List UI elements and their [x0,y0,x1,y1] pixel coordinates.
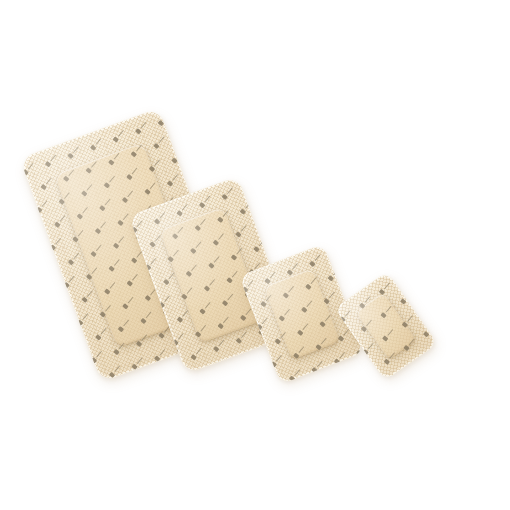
logo-icon [63,176,69,182]
logo-icon [402,322,408,328]
brand-print-mark [380,304,393,318]
logo-icon [64,282,70,288]
logo-icon [231,254,237,260]
brand-print-mark [77,206,90,220]
logo-text [226,187,233,195]
logo-text [213,256,220,264]
logo-text [131,167,138,175]
logo-text [135,144,142,152]
brand-print-mark [190,240,203,254]
brand-print-mark [135,121,148,135]
logo-text [136,357,143,365]
brand-print-mark [236,330,249,344]
logo-text [113,153,120,161]
logo-text [154,159,161,167]
logo-text [77,123,84,131]
logo-text [403,272,410,277]
brand-print-mark [209,361,222,374]
logo-text [181,128,188,136]
brand-print-mark [122,189,135,203]
logo-text [388,352,395,360]
logo-text [23,185,30,193]
logo-icon [356,350,362,356]
logo-icon [122,303,128,309]
brand-print-mark [260,293,273,307]
logo-text [240,225,247,233]
brand-print-mark [258,216,271,230]
brand-print-mark [90,137,103,151]
brand-print-mark [204,278,217,292]
logo-text [91,267,98,275]
logo-icon [364,373,370,379]
brand-print-mark [199,301,212,315]
logo-text [222,316,229,324]
logo-text [429,348,436,356]
logo-text [77,230,84,238]
brand-print-mark [319,313,332,327]
brand-print-mark [100,304,113,318]
logo-icon [113,137,119,143]
brand-print-mark [109,364,122,378]
logo-icon [240,315,246,321]
logo-icon [176,135,182,141]
brand-print-mark [421,300,434,314]
logo-text [245,308,252,316]
logo-text [287,286,294,294]
logo-icon [59,199,65,205]
logo-text [172,174,179,182]
logo-icon [73,343,79,349]
logo-text [173,356,180,364]
brand-print-mark [20,184,31,198]
logo-icon [108,159,114,165]
brand-print-mark [86,372,99,382]
brand-print-mark [117,212,130,226]
logo-icon [275,338,281,344]
logo-icon [269,255,275,261]
logo-icon [361,326,367,332]
logo-text [54,238,61,246]
brand-print-mark [72,229,85,243]
logo-icon [358,280,364,286]
brand-print-mark [195,217,208,231]
brand-print-mark [149,158,162,172]
brand-print-mark [63,168,76,182]
brand-print-mark [240,307,253,321]
brand-print-mark [403,337,416,351]
logo-text [283,309,290,317]
logo-icon [131,151,137,157]
logo-text [122,319,129,327]
logo-text [108,176,115,184]
logo-text [100,221,107,229]
logo-text [154,235,161,243]
logo-icon [240,209,246,215]
logo-icon [36,207,42,213]
brand-print-mark [203,176,216,185]
logo-text [316,360,323,368]
logo-icon [95,228,101,234]
brand-print-mark [149,234,162,248]
product-photo [0,0,510,510]
brand-print-mark [86,266,99,280]
brand-print-mark [27,139,40,153]
brand-print-mark [268,247,281,261]
logo-text [136,220,143,228]
logo-text [114,365,121,373]
logo-text [64,298,71,306]
logo-text [362,273,369,281]
brand-print-mark [40,176,53,190]
logo-icon [131,258,137,264]
logo-text [231,271,238,279]
logo-text [275,355,282,363]
logo-icon [258,223,264,229]
brand-print-mark [168,248,181,262]
logo-text [50,154,57,162]
brand-print-mark [291,244,304,253]
logo-icon [289,376,295,382]
logo-text [158,136,165,144]
logo-text [410,362,417,370]
brand-print-mark [253,238,266,252]
logo-icon [287,270,293,276]
logo-icon [217,217,223,223]
logo-icon [149,166,155,172]
logo-text [72,146,79,154]
brand-print-mark [113,341,126,355]
logo-text [177,226,184,234]
logo-icon [86,168,92,174]
brand-print-mark [108,258,121,272]
logo-text [95,244,102,252]
logo-text [344,310,351,318]
brand-print-mark [45,153,58,167]
logo-text [364,296,371,304]
logo-text [369,366,376,374]
logo-icon [72,130,78,136]
brand-print-mark [176,127,189,141]
brand-print-mark [59,191,72,205]
brand-print-mark [264,270,277,284]
logo-text [104,198,111,206]
logo-text [200,325,207,333]
logo-text [54,131,61,139]
brand-print-mark [63,274,76,288]
logo-icon [154,356,160,362]
logo-text [218,339,225,347]
logo-text [236,248,243,256]
brand-print-mark [49,130,62,144]
brand-print-mark [231,353,244,367]
brand-print-layer [335,272,438,381]
brand-print-mark [379,281,392,295]
brand-print-mark [95,220,108,234]
brand-print-mark [361,318,374,332]
logo-text [320,337,327,345]
logo-text [296,244,303,248]
logo-icon [265,278,271,284]
logo-icon [423,331,429,337]
logo-text [73,252,80,260]
logo-icon [117,114,123,120]
logo-icon [172,233,178,239]
logo-icon [104,182,110,188]
brand-print-mark [159,294,172,308]
logo-text [273,248,280,256]
logo-text [199,218,206,226]
brand-print-mark [305,276,318,290]
logo-icon [140,108,146,112]
logo-icon [381,312,387,318]
brand-print-mark [131,143,144,157]
logo-icon [91,357,97,363]
brand-print-mark [140,310,153,324]
logo-icon [332,252,338,258]
brand-print-mark [405,360,418,374]
logo-icon [405,368,411,374]
brand-print-mark [113,235,126,249]
logo-icon [218,323,224,329]
logo-icon [254,353,260,359]
logo-text [86,184,93,192]
logo-icon [346,290,352,296]
logo-icon [100,312,106,318]
brand-print-mark [145,257,158,271]
logo-icon [86,380,92,382]
logo-icon [68,153,74,159]
logo-icon [68,259,74,265]
logo-icon [145,189,151,195]
logo-icon [199,202,205,208]
logo-text [118,342,125,350]
brand-print-mark [199,194,212,208]
logo-text [109,282,116,290]
logo-text [204,195,211,203]
brand-print-mark [122,295,135,309]
logo-text [244,202,251,210]
logo-icon [113,243,119,249]
brand-print-mark [328,267,341,281]
logo-icon [168,256,174,262]
logo-text [36,223,43,231]
brand-print-mark [113,129,126,143]
brand-print-mark [104,175,117,189]
logo-text [213,362,220,370]
logo-text [122,108,129,115]
logo-text [99,115,106,123]
logo-text [279,332,286,340]
brand-print-mark [153,135,166,149]
logo-icon [403,345,409,351]
logo-icon [99,205,105,211]
brand-print-mark [423,323,436,337]
logo-text [383,282,390,290]
brand-print-mark [359,295,372,309]
brand-print-mark [235,224,248,238]
logo-icon [384,359,390,365]
brand-print-mark [131,356,144,370]
dressing-small [335,272,438,381]
logo-text [77,336,84,344]
brand-print-mark [158,112,171,126]
logo-icon [334,359,340,365]
logo-text [159,349,166,357]
brand-print-mark [385,374,398,380]
logo-text [236,354,243,362]
logo-icon [81,191,87,197]
logo-icon [41,184,47,190]
logo-text [59,215,66,223]
logo-text [227,293,234,301]
logo-icon [195,225,201,231]
logo-icon [77,213,83,219]
brand-print-mark [67,145,80,159]
logo-text [182,310,189,318]
logo-text [258,346,265,354]
logo-text [190,264,197,272]
brand-print-mark [45,260,58,274]
logo-icon [363,349,369,355]
brand-print-mark [222,292,235,306]
logo-icon [177,210,183,216]
logo-text [343,286,350,294]
logo-icon [109,372,115,378]
logo-icon [150,241,156,247]
logo-icon [168,362,174,368]
logo-icon [153,143,159,149]
brand-print-mark [86,160,99,174]
logo-icon [95,122,101,128]
brand-print-mark [398,272,411,282]
logo-text [428,324,435,332]
logo-text [191,370,198,373]
brand-print-mark [217,315,230,329]
logo-icon [312,367,318,373]
brand-print-mark [240,201,253,215]
brand-print-mark [32,222,45,236]
logo-text [365,319,372,327]
logo-icon [95,334,101,340]
logo-icon [283,292,289,298]
brand-print-mark [189,165,202,179]
logo-text [261,317,268,325]
logo-icon [279,315,285,321]
brand-print-mark [267,377,280,385]
logo-icon [27,146,33,152]
brand-print-mark [287,262,300,276]
logo-text [150,258,157,266]
brand-print-mark [126,166,139,180]
brand-print-mark [254,345,267,359]
logo-text [328,291,335,299]
brand-print-mark [22,162,35,176]
brand-print-mark [213,232,226,246]
brand-print-mark [195,324,208,338]
logo-icon [136,341,142,347]
brand-print-mark [357,272,370,286]
logo-text [45,177,52,185]
logo-icon [154,219,160,225]
logo-icon [338,336,344,342]
logo-text [176,151,183,159]
logo-icon [23,169,29,175]
logo-icon [177,317,183,323]
brand-print-mark [181,286,194,300]
logo-text [336,246,343,254]
logo-icon [122,197,128,203]
logo-icon [328,275,334,281]
logo-icon [86,274,92,280]
brand-print-mark [334,351,347,365]
brand-print-mark [382,328,395,342]
logo-icon [291,247,297,253]
logo-text [68,275,75,283]
logo-text [117,130,124,138]
brand-print-mark [213,338,226,352]
logo-icon [231,361,237,367]
logo-icon [320,321,326,327]
logo-icon [190,172,196,178]
logo-text [208,176,215,180]
logo-icon [50,138,56,144]
brand-print-mark [384,351,397,365]
logo-icon [301,307,307,313]
brand-print-mark [54,214,67,228]
brand-print-mark [301,299,314,313]
brand-print-mark [91,349,104,363]
logo-text [159,212,166,220]
brand-print-mark [172,332,185,346]
logo-icon [236,338,242,344]
brand-print-mark [68,251,81,265]
logo-text [343,329,350,337]
brand-print-mark [293,345,306,359]
logo-text [324,314,331,322]
logo-icon [109,266,115,272]
brand-print-mark [144,181,157,195]
logo-icon [159,333,165,339]
brand-print-mark [289,368,302,382]
brand-print-mark [226,176,239,177]
logo-icon [254,246,260,252]
logo-text [240,331,247,339]
brand-print-mark [172,225,185,239]
logo-icon [213,240,219,246]
logo-icon [118,220,124,226]
logo-icon [20,192,24,198]
brand-print-mark [94,114,107,128]
logo-icon [82,297,88,303]
brand-print-mark [176,203,189,217]
brand-print-mark [36,199,49,213]
logo-text [332,268,339,276]
logo-icon [204,286,210,292]
logo-text [32,140,39,148]
brand-print-mark [190,346,203,360]
logo-icon [209,369,215,374]
logo-text [314,254,321,262]
brand-print-mark [154,348,167,362]
logo-text [86,290,93,298]
logo-text [104,305,111,313]
brand-print-mark [99,197,112,211]
brand-print-mark [186,263,199,277]
logo-text [168,272,175,280]
logo-text [68,169,75,177]
brand-print-mark [297,322,310,336]
brand-print-mark [222,186,235,200]
